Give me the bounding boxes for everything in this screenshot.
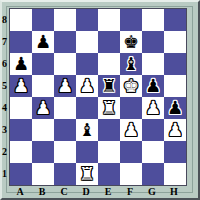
square-h7[interactable] [164, 31, 186, 53]
square-b4[interactable]: ♟ [32, 97, 54, 119]
square-b8[interactable] [32, 9, 54, 31]
rank-label-6: 6 [0, 53, 9, 75]
piece-black-bishop[interactable]: ♝ [76, 119, 98, 141]
rank-labels: 87654321 [0, 9, 9, 185]
square-e5[interactable]: ♜ [98, 75, 120, 97]
square-c8[interactable] [54, 9, 76, 31]
piece-white-pawn[interactable]: ♟ [120, 119, 142, 141]
rank-label-8: 8 [0, 9, 9, 31]
square-d2[interactable] [76, 141, 98, 163]
rank-label-3: 3 [0, 119, 9, 141]
piece-white-pawn[interactable]: ♟ [164, 119, 186, 141]
square-d7[interactable] [76, 31, 98, 53]
piece-white-pawn[interactable]: ♟ [76, 75, 98, 97]
square-f8[interactable] [120, 9, 142, 31]
file-label-g: G [141, 186, 163, 198]
piece-black-pawn[interactable]: ♟ [164, 97, 186, 119]
piece-black-pawn[interactable]: ♟ [32, 31, 54, 53]
piece-black-rook[interactable]: ♜ [98, 75, 120, 97]
square-a7[interactable] [10, 31, 32, 53]
file-label-e: E [97, 186, 119, 198]
square-a1[interactable] [10, 163, 32, 185]
file-label-b: B [31, 186, 53, 198]
square-h4[interactable]: ♟ [164, 97, 186, 119]
square-h6[interactable] [164, 53, 186, 75]
file-label-c: C [53, 186, 75, 198]
square-b6[interactable] [32, 53, 54, 75]
square-b7[interactable]: ♟ [32, 31, 54, 53]
piece-black-pawn[interactable]: ♟ [142, 75, 164, 97]
square-a3[interactable] [10, 119, 32, 141]
square-a4[interactable] [10, 97, 32, 119]
piece-white-pawn[interactable]: ♟ [32, 97, 54, 119]
square-a2[interactable] [10, 141, 32, 163]
square-b3[interactable] [32, 119, 54, 141]
square-d4[interactable] [76, 97, 98, 119]
square-g8[interactable] [142, 9, 164, 31]
chess-board-window: 87654321 ♟♚♟♝♟♟♟♜♚♟♟♜♟♟♝♟♟♜ ABCDEFGH [0, 0, 200, 200]
file-label-d: D [75, 186, 97, 198]
square-g2[interactable] [142, 141, 164, 163]
square-h2[interactable] [164, 141, 186, 163]
square-g3[interactable] [142, 119, 164, 141]
square-g6[interactable] [142, 53, 164, 75]
square-c6[interactable] [54, 53, 76, 75]
piece-black-bishop[interactable]: ♝ [120, 53, 142, 75]
square-f6[interactable]: ♝ [120, 53, 142, 75]
square-b1[interactable] [32, 163, 54, 185]
square-d3[interactable]: ♝ [76, 119, 98, 141]
piece-white-rook[interactable]: ♜ [98, 97, 120, 119]
square-b5[interactable] [32, 75, 54, 97]
square-g7[interactable] [142, 31, 164, 53]
square-f5[interactable]: ♚ [120, 75, 142, 97]
square-e2[interactable] [98, 141, 120, 163]
piece-white-pawn[interactable]: ♟ [10, 75, 32, 97]
square-c1[interactable] [54, 163, 76, 185]
piece-white-pawn[interactable]: ♟ [54, 75, 76, 97]
square-a6[interactable]: ♟ [10, 53, 32, 75]
square-e7[interactable] [98, 31, 120, 53]
square-g5[interactable]: ♟ [142, 75, 164, 97]
rank-label-7: 7 [0, 31, 9, 53]
square-e6[interactable] [98, 53, 120, 75]
square-e3[interactable] [98, 119, 120, 141]
square-d5[interactable]: ♟ [76, 75, 98, 97]
square-a5[interactable]: ♟ [10, 75, 32, 97]
square-d8[interactable] [76, 9, 98, 31]
square-h3[interactable]: ♟ [164, 119, 186, 141]
rank-label-1: 1 [0, 163, 9, 185]
square-f2[interactable] [120, 141, 142, 163]
file-label-f: F [119, 186, 141, 198]
square-c2[interactable] [54, 141, 76, 163]
square-f1[interactable] [120, 163, 142, 185]
square-c3[interactable] [54, 119, 76, 141]
piece-black-pawn[interactable]: ♟ [10, 53, 32, 75]
square-c4[interactable] [54, 97, 76, 119]
rank-label-4: 4 [0, 97, 9, 119]
piece-white-king[interactable]: ♚ [120, 75, 142, 97]
chess-board: ♟♚♟♝♟♟♟♜♚♟♟♜♟♟♝♟♟♜ [9, 8, 187, 186]
square-b2[interactable] [32, 141, 54, 163]
square-a8[interactable] [10, 9, 32, 31]
square-h8[interactable] [164, 9, 186, 31]
file-label-h: H [163, 186, 185, 198]
square-d6[interactable] [76, 53, 98, 75]
file-label-a: A [9, 186, 31, 198]
square-e8[interactable] [98, 9, 120, 31]
piece-black-king[interactable]: ♚ [120, 31, 142, 53]
square-d1[interactable]: ♜ [76, 163, 98, 185]
square-c7[interactable] [54, 31, 76, 53]
rank-label-2: 2 [0, 141, 9, 163]
square-g4[interactable]: ♟ [142, 97, 164, 119]
square-e1[interactable] [98, 163, 120, 185]
square-f3[interactable]: ♟ [120, 119, 142, 141]
piece-white-pawn[interactable]: ♟ [142, 97, 164, 119]
square-f7[interactable]: ♚ [120, 31, 142, 53]
rank-label-5: 5 [0, 75, 9, 97]
square-g1[interactable] [142, 163, 164, 185]
file-labels: ABCDEFGH [9, 186, 187, 198]
square-f4[interactable] [120, 97, 142, 119]
square-h1[interactable] [164, 163, 186, 185]
square-c5[interactable]: ♟ [54, 75, 76, 97]
square-h5[interactable] [164, 75, 186, 97]
piece-white-rook[interactable]: ♜ [76, 163, 98, 185]
square-e4[interactable]: ♜ [98, 97, 120, 119]
